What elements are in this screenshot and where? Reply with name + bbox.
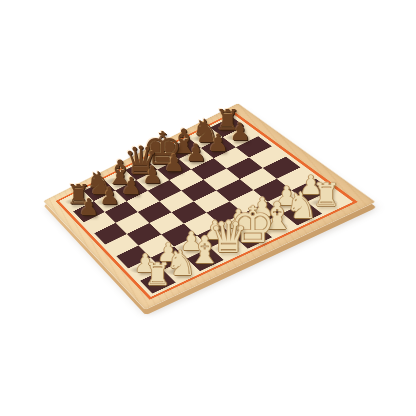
piece-black-pawn[interactable]: ♟ [142, 164, 163, 188]
piece-black-pawn[interactable]: ♟ [99, 185, 120, 208]
piece-white-rook[interactable]: ♜ [144, 260, 171, 291]
piece-black-pawn[interactable]: ♟ [78, 195, 99, 218]
piece-black-pawn[interactable]: ♟ [229, 120, 251, 144]
piece-black-pawn[interactable]: ♟ [163, 153, 184, 177]
piece-black-pawn[interactable]: ♟ [185, 142, 206, 166]
piece-black-pawn[interactable]: ♟ [207, 131, 229, 155]
photo-stage: ♜♞♝♛♚♝♞♜♟♟♟♟♟♟♟♟♟♟♟♟♟♟♟♟♜♞♝♛♚♝♞♜ [0, 0, 416, 416]
piece-black-pawn[interactable]: ♟ [121, 174, 142, 198]
